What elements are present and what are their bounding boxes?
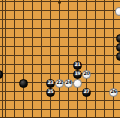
stone-black-19[interactable]: 19 [73, 70, 82, 79]
stone-white-26[interactable]: 26 [109, 88, 118, 97]
go-diagram: 211920232224252726 [0, 0, 120, 120]
stone-black[interactable] [19, 79, 28, 88]
move-number-label: 19 [74, 72, 80, 77]
stone-black-25[interactable]: 25 [46, 88, 55, 97]
move-number-label: 22 [56, 81, 62, 86]
move-number-label: 26 [110, 90, 116, 95]
page-margin [0, 119, 120, 121]
star-point [58, 1, 61, 4]
stone-black[interactable] [116, 52, 120, 61]
move-number-label: 25 [47, 90, 53, 95]
stone-white[interactable] [115, 7, 120, 16]
move-number-label: 21 [74, 63, 80, 68]
stone-white[interactable] [73, 79, 82, 88]
stone-black[interactable] [116, 43, 120, 52]
stone-black[interactable] [116, 34, 120, 43]
stone-white-22[interactable]: 22 [55, 79, 64, 88]
move-number-label: 24 [65, 81, 71, 86]
go-board[interactable]: 211920232224252726 [0, 0, 120, 118]
stone-black[interactable] [0, 70, 3, 79]
stone-white-24[interactable]: 24 [64, 79, 73, 88]
stone-black-21[interactable]: 21 [73, 61, 82, 70]
move-number-label: 20 [83, 72, 89, 77]
move-number-label: 23 [47, 81, 53, 86]
stone-white-20[interactable]: 20 [82, 70, 91, 79]
stone-black-23[interactable]: 23 [46, 79, 55, 88]
move-number-label: 27 [83, 90, 89, 95]
stone-black-27[interactable]: 27 [82, 88, 91, 97]
